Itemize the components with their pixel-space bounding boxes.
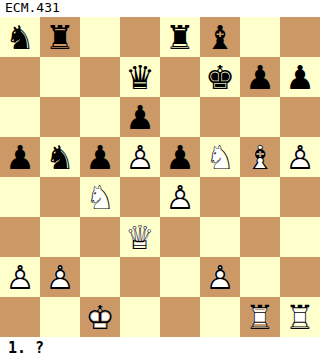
square-e2[interactable] (160, 257, 200, 297)
white-knight: ♞♘ (205, 141, 235, 174)
square-c3[interactable] (80, 217, 120, 257)
square-a8[interactable]: ♞ (0, 17, 40, 57)
square-h1[interactable]: ♜♖ (280, 297, 320, 337)
square-a6[interactable] (0, 97, 40, 137)
black-pawn: ♟ (245, 61, 275, 94)
square-f1[interactable] (200, 297, 240, 337)
square-e6[interactable] (160, 97, 200, 137)
white-rook: ♜♖ (245, 301, 275, 334)
square-g3[interactable] (240, 217, 280, 257)
black-knight: ♞ (45, 141, 75, 174)
square-a7[interactable] (0, 57, 40, 97)
square-d1[interactable] (120, 297, 160, 337)
chess-board: ♞♜♜♝♛♚♟♟♟♟♞♟♟♙♟♞♘♝♗♟♙♞♘♟♙♛♕♟♙♟♙♟♙♚♔♜♖♜♖ (0, 17, 320, 337)
black-rook: ♜ (45, 21, 75, 54)
square-c7[interactable] (80, 57, 120, 97)
square-e4[interactable]: ♟♙ (160, 177, 200, 217)
puzzle-title: ECM.431 (0, 0, 320, 17)
white-pawn: ♟♙ (5, 261, 35, 294)
square-f5[interactable]: ♞♘ (200, 137, 240, 177)
black-king: ♚ (205, 61, 235, 94)
black-pawn: ♟ (85, 141, 115, 174)
square-c1[interactable]: ♚♔ (80, 297, 120, 337)
square-e5[interactable]: ♟ (160, 137, 200, 177)
black-pawn: ♟ (125, 101, 155, 134)
move-prompt: 1. ? (0, 337, 320, 360)
black-pawn: ♟ (165, 141, 195, 174)
square-f3[interactable] (200, 217, 240, 257)
square-b6[interactable] (40, 97, 80, 137)
square-a5[interactable]: ♟ (0, 137, 40, 177)
square-e1[interactable] (160, 297, 200, 337)
square-a2[interactable]: ♟♙ (0, 257, 40, 297)
square-f6[interactable] (200, 97, 240, 137)
square-h7[interactable]: ♟ (280, 57, 320, 97)
white-knight: ♞♘ (85, 181, 115, 214)
square-a1[interactable] (0, 297, 40, 337)
white-queen: ♛♕ (125, 221, 155, 254)
white-king: ♚♔ (85, 301, 115, 334)
square-g4[interactable] (240, 177, 280, 217)
white-pawn: ♟♙ (205, 261, 235, 294)
square-b3[interactable] (40, 217, 80, 257)
black-bishop: ♝ (205, 21, 235, 54)
black-knight: ♞ (5, 21, 35, 54)
square-f8[interactable]: ♝ (200, 17, 240, 57)
square-c5[interactable]: ♟ (80, 137, 120, 177)
square-d2[interactable] (120, 257, 160, 297)
square-g2[interactable] (240, 257, 280, 297)
square-h2[interactable] (280, 257, 320, 297)
square-e7[interactable] (160, 57, 200, 97)
square-b8[interactable]: ♜ (40, 17, 80, 57)
white-pawn: ♟♙ (165, 181, 195, 214)
square-f7[interactable]: ♚ (200, 57, 240, 97)
square-g1[interactable]: ♜♖ (240, 297, 280, 337)
square-d4[interactable] (120, 177, 160, 217)
square-g6[interactable] (240, 97, 280, 137)
white-pawn: ♟♙ (45, 261, 75, 294)
square-c6[interactable] (80, 97, 120, 137)
square-h5[interactable]: ♟♙ (280, 137, 320, 177)
square-d8[interactable] (120, 17, 160, 57)
black-rook: ♜ (165, 21, 195, 54)
square-h8[interactable] (280, 17, 320, 57)
square-f4[interactable] (200, 177, 240, 217)
square-b4[interactable] (40, 177, 80, 217)
square-e8[interactable]: ♜ (160, 17, 200, 57)
square-h4[interactable] (280, 177, 320, 217)
square-g5[interactable]: ♝♗ (240, 137, 280, 177)
square-e3[interactable] (160, 217, 200, 257)
square-g8[interactable] (240, 17, 280, 57)
square-h6[interactable] (280, 97, 320, 137)
square-c2[interactable] (80, 257, 120, 297)
white-pawn: ♟♙ (125, 141, 155, 174)
black-pawn: ♟ (5, 141, 35, 174)
square-d7[interactable]: ♛ (120, 57, 160, 97)
square-c8[interactable] (80, 17, 120, 57)
square-b5[interactable]: ♞ (40, 137, 80, 177)
square-g7[interactable]: ♟ (240, 57, 280, 97)
square-b1[interactable] (40, 297, 80, 337)
white-pawn: ♟♙ (285, 141, 315, 174)
square-b7[interactable] (40, 57, 80, 97)
white-bishop: ♝♗ (245, 141, 275, 174)
square-c4[interactable]: ♞♘ (80, 177, 120, 217)
square-a3[interactable] (0, 217, 40, 257)
square-b2[interactable]: ♟♙ (40, 257, 80, 297)
black-pawn: ♟ (285, 61, 315, 94)
square-f2[interactable]: ♟♙ (200, 257, 240, 297)
black-queen: ♛ (125, 61, 155, 94)
white-rook: ♜♖ (285, 301, 315, 334)
square-h3[interactable] (280, 217, 320, 257)
square-d5[interactable]: ♟♙ (120, 137, 160, 177)
square-d6[interactable]: ♟ (120, 97, 160, 137)
square-d3[interactable]: ♛♕ (120, 217, 160, 257)
square-a4[interactable] (0, 177, 40, 217)
